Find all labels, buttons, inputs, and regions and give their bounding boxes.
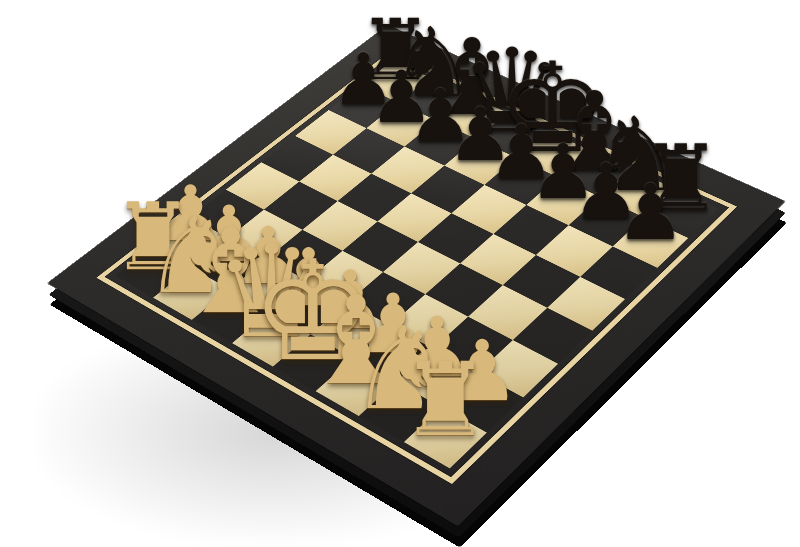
chess-set-photo: ♜♞♝♛♚♝♞♜♟♟♟♟♟♟♟♟♟♟♟♟♟♟♟♟♜♞♝♛♚♝♞♜ [0,0,800,547]
